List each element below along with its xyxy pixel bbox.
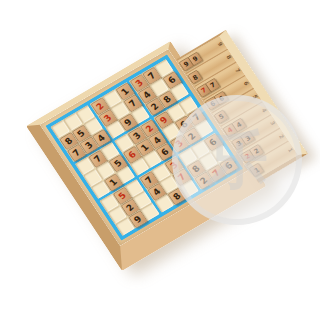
tray-channel-label: 6 [243,80,250,86]
tile-digit: 4 [96,133,107,143]
tile-digit: 7 [92,154,103,164]
tile-digit: 7 [191,112,202,122]
tray-channel-label: 3 [269,120,276,126]
tile-digit: 5 [76,129,87,139]
tile-digit: 3 [168,160,179,170]
tile-digit: 1 [108,177,119,187]
tile-digit: 1 [139,142,150,152]
tile-digit: 2 [144,123,155,133]
tile-digit: 6 [223,161,234,171]
tray-channel-label: 1 [287,147,294,153]
tile-digit: 4 [151,187,162,197]
tile-digit: 3 [102,113,113,123]
tile-digit: 5 [117,191,128,201]
tile-digit: 6 [178,119,189,129]
tile-digit: 8 [162,94,173,104]
sudoku-scene: 8573421379374628751326146967325297347868… [26,0,320,272]
tile-digit: 6 [166,75,177,85]
tile-digit: 7 [211,168,222,178]
tile-digit: 7 [146,71,157,81]
tile-digit: 2 [149,101,160,111]
tile-digit: 2 [94,101,105,111]
tile-digit: 3 [131,131,142,141]
tile-digit: 7 [143,175,154,185]
tray-channel-label: 7 [234,67,241,73]
tile-digit: 7 [176,172,187,182]
tile-digit: 8 [190,164,201,174]
tile-digit: 3 [174,138,185,148]
tile-digit: 4 [141,90,152,100]
tray-channel-label: 5 [252,94,259,100]
tile-digit: 9 [123,117,134,127]
tile-digit: 6 [159,147,170,157]
tile-digit: 8 [63,136,74,146]
tile-digit: 9 [132,214,143,224]
tile-digit: 1 [119,86,130,96]
tile-digit: 3 [83,140,94,150]
tile-digit: 6 [208,137,219,147]
tile-digit: 9 [158,115,169,125]
tile-digit: 6 [127,150,138,160]
tray-channel-label: 9 [217,41,224,47]
tile-digit: 4 [152,135,163,145]
tile-digit: 3 [134,78,145,88]
tray-channel-label: 2 [278,133,285,139]
tile-digit: 7 [71,148,82,158]
tile-digit: 5 [112,158,123,168]
tile-digit: 8 [171,191,182,201]
tile-digit: 2 [198,175,209,185]
tile-digit: 2 [186,131,197,141]
tray-channel-label: 8 [225,54,232,60]
tile-digit: 7 [127,98,138,108]
tray-channel-label: 4 [260,107,267,113]
tile-digit: 2 [125,202,136,212]
